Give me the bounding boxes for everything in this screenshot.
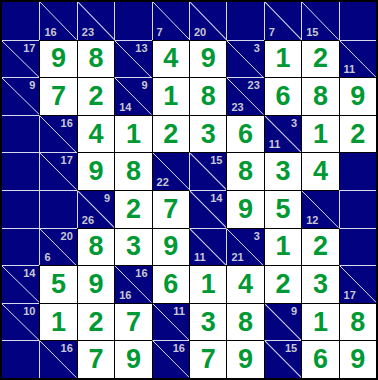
value-cell[interactable]: 8 [77, 228, 114, 266]
down-clue: 7 [269, 27, 275, 38]
cell-value: 9 [238, 346, 253, 373]
cell-value: 8 [126, 158, 141, 185]
clue-cell: 9 [264, 303, 301, 341]
block-cell [2, 115, 39, 153]
value-cell[interactable]: 2 [301, 228, 338, 266]
value-cell[interactable]: 9 [226, 190, 263, 228]
value-cell[interactable]: 9 [339, 340, 376, 378]
clue-cell: 11 [152, 303, 189, 341]
value-cell[interactable]: 1 [114, 115, 151, 153]
clue-cell: 14 [189, 190, 226, 228]
cell-value: 1 [51, 309, 66, 336]
value-cell[interactable]: 9 [339, 77, 376, 115]
cell-value: 8 [238, 158, 253, 185]
across-clue: 17 [23, 43, 35, 54]
value-cell[interactable]: 3 [114, 228, 151, 266]
across-clue: 3 [291, 118, 297, 129]
clue-cell: 13 [114, 40, 151, 78]
cell-value: 5 [275, 196, 290, 223]
value-cell[interactable]: 6 [301, 340, 338, 378]
cell-value: 3 [275, 158, 290, 185]
clue-cell: 10 [2, 303, 39, 341]
cell-value: 3 [313, 271, 328, 298]
value-cell[interactable]: 3 [189, 115, 226, 153]
cell-value: 2 [163, 121, 178, 148]
cell-value: 2 [126, 196, 141, 223]
value-cell[interactable]: 8 [226, 303, 263, 341]
block-cell [39, 190, 76, 228]
value-cell[interactable]: 1 [152, 77, 189, 115]
cell-value: 8 [201, 83, 216, 110]
value-cell[interactable]: 7 [77, 340, 114, 378]
value-cell[interactable]: 3 [301, 265, 338, 303]
down-clue: 12 [306, 215, 318, 226]
value-cell[interactable]: 8 [339, 303, 376, 341]
across-clue: 9 [291, 306, 297, 317]
cell-value: 7 [163, 196, 178, 223]
block-cell [2, 228, 39, 266]
down-clue: 11 [344, 64, 356, 75]
clue-cell: 17 [2, 40, 39, 78]
value-cell[interactable]: 3 [264, 152, 301, 190]
across-clue: 9 [104, 193, 110, 204]
value-cell[interactable]: 7 [114, 303, 151, 341]
value-cell[interactable]: 9 [189, 40, 226, 78]
clue-cell: 9 [2, 77, 39, 115]
across-clue: 16 [135, 268, 147, 279]
value-cell[interactable]: 2 [301, 40, 338, 78]
clue-cell: 1616 [114, 265, 151, 303]
clue-cell: 16 [39, 340, 76, 378]
kakuro-board: 1623720715179813493121197291418232368916… [0, 0, 378, 380]
across-clue: 13 [135, 43, 147, 54]
block-cell [2, 340, 39, 378]
clue-cell: 15 [189, 152, 226, 190]
value-cell[interactable]: 5 [39, 265, 76, 303]
down-clue: 26 [82, 215, 94, 226]
clue-cell: 14 [2, 265, 39, 303]
value-cell[interactable]: 2 [77, 77, 114, 115]
cell-value: 9 [238, 196, 253, 223]
cell-value: 2 [88, 309, 103, 336]
value-cell[interactable]: 1 [301, 115, 338, 153]
value-cell[interactable]: 4 [77, 115, 114, 153]
value-cell[interactable]: 8 [189, 77, 226, 115]
clue-cell: 311 [264, 115, 301, 153]
value-cell[interactable]: 8 [301, 77, 338, 115]
value-cell[interactable]: 4 [301, 152, 338, 190]
clue-cell: 15 [264, 340, 301, 378]
value-cell[interactable]: 8 [77, 40, 114, 78]
value-cell[interactable]: 6 [264, 77, 301, 115]
cell-value: 7 [126, 309, 141, 336]
clue-cell: 22 [152, 152, 189, 190]
clue-cell: 7 [264, 2, 301, 40]
across-clue: 15 [285, 343, 297, 354]
cell-value: 3 [201, 309, 216, 336]
cell-value: 9 [201, 45, 216, 72]
across-clue: 16 [61, 118, 73, 129]
value-cell[interactable]: 7 [152, 190, 189, 228]
value-cell[interactable]: 9 [39, 40, 76, 78]
cell-value: 2 [313, 45, 328, 72]
down-clue: 7 [157, 27, 163, 38]
cell-value: 1 [275, 45, 290, 72]
cell-value: 6 [313, 346, 328, 373]
cell-value: 9 [51, 45, 66, 72]
block-cell [114, 2, 151, 40]
clue-cell: 17 [339, 265, 376, 303]
value-cell[interactable]: 6 [152, 265, 189, 303]
clue-cell: 16 [39, 2, 76, 40]
value-cell[interactable]: 2 [339, 115, 376, 153]
value-cell[interactable]: 7 [189, 340, 226, 378]
cell-value: 4 [313, 158, 328, 185]
value-cell[interactable]: 8 [226, 152, 263, 190]
value-cell[interactable]: 7 [39, 77, 76, 115]
value-cell[interactable]: 8 [114, 152, 151, 190]
cell-value: 6 [163, 271, 178, 298]
clue-cell: 3 [226, 40, 263, 78]
clue-cell: 2323 [226, 77, 263, 115]
down-clue: 14 [119, 102, 131, 113]
across-clue: 14 [23, 268, 35, 279]
across-clue: 20 [61, 231, 73, 242]
clue-cell: 20 [189, 2, 226, 40]
cell-value: 7 [88, 346, 103, 373]
cell-value: 6 [275, 83, 290, 110]
value-cell[interactable]: 9 [77, 152, 114, 190]
cell-value: 1 [126, 121, 141, 148]
across-clue: 3 [254, 43, 260, 54]
cell-value: 9 [350, 83, 365, 110]
value-cell[interactable]: 9 [226, 340, 263, 378]
clue-cell: 23 [77, 2, 114, 40]
value-cell[interactable]: 5 [264, 190, 301, 228]
across-clue: 3 [254, 231, 260, 242]
clue-cell: 16 [152, 340, 189, 378]
cell-value: 2 [313, 233, 328, 260]
cell-value: 9 [88, 271, 103, 298]
clue-cell: 7 [152, 2, 189, 40]
cell-value: 9 [163, 233, 178, 260]
value-cell[interactable]: 2 [114, 190, 151, 228]
block-cell [339, 190, 376, 228]
block-cell [339, 2, 376, 40]
cell-value: 4 [88, 121, 103, 148]
across-clue: 16 [61, 343, 73, 354]
block-cell [226, 2, 263, 40]
cell-value: 7 [51, 83, 66, 110]
block-cell [2, 2, 39, 40]
cell-value: 1 [313, 121, 328, 148]
across-clue: 11 [173, 306, 185, 317]
value-cell[interactable]: 3 [189, 303, 226, 341]
value-cell[interactable]: 4 [226, 265, 263, 303]
across-clue: 14 [210, 193, 222, 204]
value-cell[interactable]: 1 [264, 40, 301, 78]
across-clue: 9 [141, 80, 147, 91]
cell-value: 9 [350, 346, 365, 373]
cell-value: 5 [51, 271, 66, 298]
cell-value: 2 [88, 83, 103, 110]
value-cell[interactable]: 6 [226, 115, 263, 153]
value-cell[interactable]: 4 [152, 40, 189, 78]
across-clue: 10 [23, 306, 35, 317]
across-clue: 15 [210, 155, 222, 166]
value-cell[interactable]: 9 [152, 228, 189, 266]
down-clue: 11 [194, 252, 206, 263]
block-cell [339, 228, 376, 266]
cell-value: 9 [126, 346, 141, 373]
cell-value: 4 [238, 271, 253, 298]
down-clue: 17 [344, 290, 356, 301]
clue-cell: 16 [39, 115, 76, 153]
clue-cell: 206 [39, 228, 76, 266]
cell-value: 8 [313, 83, 328, 110]
value-cell[interactable]: 2 [152, 115, 189, 153]
cell-value: 9 [88, 158, 103, 185]
value-cell[interactable]: 2 [264, 265, 301, 303]
value-cell[interactable]: 9 [77, 265, 114, 303]
down-clue: 15 [306, 27, 318, 38]
down-clue: 21 [231, 252, 243, 263]
cell-value: 2 [350, 121, 365, 148]
cell-value: 1 [201, 271, 216, 298]
clue-cell: 12 [301, 190, 338, 228]
cell-value: 1 [313, 309, 328, 336]
value-cell[interactable]: 1 [39, 303, 76, 341]
cell-value: 3 [201, 121, 216, 148]
down-clue: 20 [194, 27, 206, 38]
block-cell [339, 152, 376, 190]
down-clue: 23 [231, 102, 243, 113]
down-clue: 16 [44, 27, 56, 38]
cell-value: 8 [88, 233, 103, 260]
clue-cell: 17 [39, 152, 76, 190]
across-clue: 23 [248, 80, 260, 91]
cell-value: 7 [201, 346, 216, 373]
clue-cell: 15 [301, 2, 338, 40]
down-clue: 6 [44, 252, 50, 263]
down-clue: 16 [119, 290, 131, 301]
cell-value: 8 [350, 309, 365, 336]
value-cell[interactable]: 1 [301, 303, 338, 341]
down-clue: 11 [269, 139, 281, 150]
cell-value: 3 [126, 233, 141, 260]
across-clue: 9 [29, 80, 35, 91]
clue-cell: 926 [77, 190, 114, 228]
cell-value: 1 [163, 83, 178, 110]
clue-cell: 914 [114, 77, 151, 115]
clue-cell: 321 [226, 228, 263, 266]
cell-value: 1 [275, 233, 290, 260]
cell-value: 6 [238, 121, 253, 148]
block-cell [2, 190, 39, 228]
cell-value: 2 [275, 271, 290, 298]
value-cell[interactable]: 9 [114, 340, 151, 378]
clue-cell: 11 [339, 40, 376, 78]
down-clue: 22 [157, 177, 169, 188]
block-cell [2, 152, 39, 190]
value-cell[interactable]: 2 [77, 303, 114, 341]
down-clue: 23 [82, 27, 94, 38]
value-cell[interactable]: 1 [264, 228, 301, 266]
value-cell[interactable]: 1 [189, 265, 226, 303]
cell-value: 8 [238, 309, 253, 336]
clue-cell: 11 [189, 228, 226, 266]
cell-value: 8 [88, 45, 103, 72]
across-clue: 17 [61, 155, 73, 166]
across-clue: 16 [173, 343, 185, 354]
cell-value: 4 [163, 45, 178, 72]
